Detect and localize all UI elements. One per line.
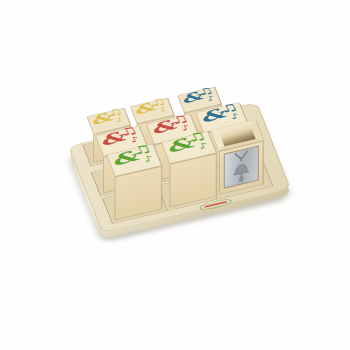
eighth-note-icon: ♪ bbox=[229, 112, 241, 121]
eighth-note-icon: ♪ bbox=[115, 116, 126, 123]
eighth-note-icon: ♪ bbox=[205, 95, 216, 102]
product-photo-stage: & ♫ ♪ & ♫ ♪ & ♫ bbox=[0, 0, 350, 350]
eighth-note-icon: ♪ bbox=[142, 154, 155, 163]
acrylic-window bbox=[224, 146, 259, 189]
eighth-note-icon: ♪ bbox=[128, 135, 140, 144]
box-interior bbox=[219, 125, 256, 147]
board-plane: & ♫ ♪ & ♫ ♪ & ♫ bbox=[68, 102, 291, 233]
eighth-note-icon: ♪ bbox=[158, 106, 169, 113]
eighth-note-icon: ♪ bbox=[179, 123, 191, 132]
bell-icon bbox=[225, 147, 258, 188]
eighth-note-icon: ♪ bbox=[197, 141, 210, 150]
